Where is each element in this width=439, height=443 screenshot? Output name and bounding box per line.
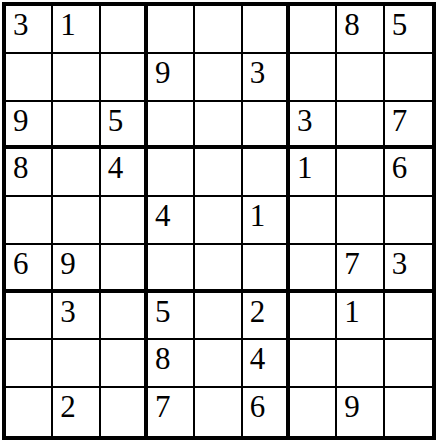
cell-r3c7: 3 <box>290 102 337 150</box>
cell-r1c5[interactable] <box>195 6 242 54</box>
given-digit: 2 <box>60 391 76 422</box>
given-digit: 6 <box>392 152 408 183</box>
cell-r2c8[interactable] <box>337 54 384 102</box>
cell-r8c6: 4 <box>243 340 290 388</box>
cell-r5c2[interactable] <box>53 197 100 245</box>
given-digit: 3 <box>392 248 408 279</box>
given-digit: 5 <box>108 105 124 136</box>
cell-r7c5[interactable] <box>195 293 242 341</box>
cell-r6c2: 9 <box>53 245 100 293</box>
given-digit: 9 <box>13 105 29 136</box>
cell-r5c4: 4 <box>148 197 195 245</box>
cell-r6c8: 7 <box>337 245 384 293</box>
cell-r4c1: 8 <box>6 149 53 197</box>
cell-r1c6[interactable] <box>243 6 290 54</box>
cell-r8c4: 8 <box>148 340 195 388</box>
cell-r5c9[interactable] <box>385 197 432 245</box>
cell-r4c3: 4 <box>101 149 148 197</box>
cell-r1c8: 8 <box>337 6 384 54</box>
given-digit: 3 <box>60 296 76 327</box>
cell-r3c3: 5 <box>101 102 148 150</box>
given-digit: 9 <box>155 57 171 88</box>
cell-r3c1: 9 <box>6 102 53 150</box>
cell-r7c7[interactable] <box>290 293 337 341</box>
cell-r6c3[interactable] <box>101 245 148 293</box>
sudoku-board: 318593953784164169733521842769 <box>2 2 436 440</box>
given-digit: 5 <box>392 9 408 40</box>
given-digit: 7 <box>155 391 171 422</box>
given-digit: 7 <box>392 105 408 136</box>
cell-r4c4[interactable] <box>148 149 195 197</box>
cell-r6c4[interactable] <box>148 245 195 293</box>
cell-r2c9[interactable] <box>385 54 432 102</box>
cell-r8c5[interactable] <box>195 340 242 388</box>
cell-r3c6[interactable] <box>243 102 290 150</box>
cell-r3c4[interactable] <box>148 102 195 150</box>
cell-r1c2: 1 <box>53 6 100 54</box>
cell-r8c9[interactable] <box>385 340 432 388</box>
cell-r4c6[interactable] <box>243 149 290 197</box>
cell-r3c9: 7 <box>385 102 432 150</box>
given-digit: 3 <box>13 9 29 40</box>
given-digit: 5 <box>155 296 171 327</box>
cell-r9c1[interactable] <box>6 388 53 436</box>
given-digit: 3 <box>297 105 313 136</box>
given-digit: 1 <box>297 152 313 183</box>
given-digit: 4 <box>250 343 266 374</box>
cell-r8c7[interactable] <box>290 340 337 388</box>
given-digit: 1 <box>60 9 76 40</box>
given-digit: 9 <box>60 248 76 279</box>
cell-r9c5[interactable] <box>195 388 242 436</box>
cell-r2c7[interactable] <box>290 54 337 102</box>
cell-r7c2: 3 <box>53 293 100 341</box>
cell-r9c8: 9 <box>337 388 384 436</box>
cell-r9c4: 7 <box>148 388 195 436</box>
given-digit: 8 <box>344 9 360 40</box>
cell-r8c8[interactable] <box>337 340 384 388</box>
cell-r2c4: 9 <box>148 54 195 102</box>
cell-r2c6: 3 <box>243 54 290 102</box>
cell-r3c5[interactable] <box>195 102 242 150</box>
cell-r5c3[interactable] <box>101 197 148 245</box>
cell-r2c1[interactable] <box>6 54 53 102</box>
cell-r9c6: 6 <box>243 388 290 436</box>
cell-r6c5[interactable] <box>195 245 242 293</box>
cell-r1c1: 3 <box>6 6 53 54</box>
cell-r7c3[interactable] <box>101 293 148 341</box>
cell-r9c2: 2 <box>53 388 100 436</box>
cell-r2c2[interactable] <box>53 54 100 102</box>
cell-r4c5[interactable] <box>195 149 242 197</box>
given-digit: 9 <box>344 391 360 422</box>
given-digit: 6 <box>13 248 29 279</box>
cell-r7c9[interactable] <box>385 293 432 341</box>
given-digit: 6 <box>250 391 266 422</box>
cell-r3c8[interactable] <box>337 102 384 150</box>
cell-r4c2[interactable] <box>53 149 100 197</box>
cell-r6c1: 6 <box>6 245 53 293</box>
cell-r8c2[interactable] <box>53 340 100 388</box>
cell-r5c8[interactable] <box>337 197 384 245</box>
sudoku-puzzle-page: 318593953784164169733521842769 <box>0 0 439 443</box>
given-digit: 3 <box>250 57 266 88</box>
cell-r2c5[interactable] <box>195 54 242 102</box>
cell-r5c6: 1 <box>243 197 290 245</box>
cell-r3c2[interactable] <box>53 102 100 150</box>
cell-r4c9: 6 <box>385 149 432 197</box>
cell-r5c1[interactable] <box>6 197 53 245</box>
cell-r1c3[interactable] <box>101 6 148 54</box>
cell-r7c8: 1 <box>337 293 384 341</box>
cell-r1c4[interactable] <box>148 6 195 54</box>
cell-r7c4: 5 <box>148 293 195 341</box>
cell-r4c8[interactable] <box>337 149 384 197</box>
cell-r9c3[interactable] <box>101 388 148 436</box>
given-digit: 4 <box>108 152 124 183</box>
given-digit: 7 <box>344 248 360 279</box>
given-digit: 2 <box>250 296 266 327</box>
cell-r1c9: 5 <box>385 6 432 54</box>
cell-r8c3[interactable] <box>101 340 148 388</box>
cell-r6c7[interactable] <box>290 245 337 293</box>
cell-r1c7[interactable] <box>290 6 337 54</box>
cell-r7c1[interactable] <box>6 293 53 341</box>
cell-r6c6[interactable] <box>243 245 290 293</box>
given-digit: 8 <box>13 152 29 183</box>
cell-r2c3[interactable] <box>101 54 148 102</box>
cell-r8c1[interactable] <box>6 340 53 388</box>
cell-r4c7: 1 <box>290 149 337 197</box>
cell-r9c9[interactable] <box>385 388 432 436</box>
given-digit: 1 <box>344 296 360 327</box>
cell-r5c5[interactable] <box>195 197 242 245</box>
given-digit: 1 <box>250 200 266 231</box>
given-digit: 8 <box>155 343 171 374</box>
given-digit: 4 <box>155 200 171 231</box>
cell-r9c7[interactable] <box>290 388 337 436</box>
cell-r6c9: 3 <box>385 245 432 293</box>
cell-r5c7[interactable] <box>290 197 337 245</box>
cell-r7c6: 2 <box>243 293 290 341</box>
